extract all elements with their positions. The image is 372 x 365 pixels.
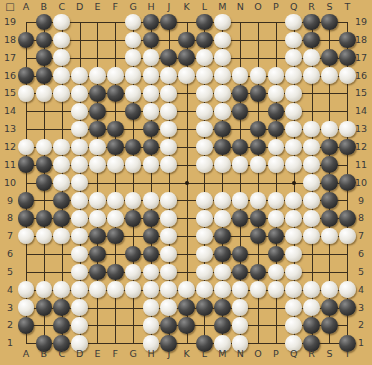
intersection-R11[interactable] bbox=[303, 156, 321, 174]
intersection-C5[interactable] bbox=[53, 263, 71, 281]
intersection-J9[interactable] bbox=[160, 192, 178, 210]
intersection-S3[interactable] bbox=[320, 299, 338, 317]
intersection-M10[interactable] bbox=[213, 174, 231, 192]
intersection-L4[interactable] bbox=[196, 281, 214, 299]
intersection-S11[interactable] bbox=[320, 156, 338, 174]
intersection-M9[interactable] bbox=[213, 192, 231, 210]
intersection-B11[interactable] bbox=[35, 156, 53, 174]
intersection-C16[interactable] bbox=[53, 67, 71, 85]
intersection-R8[interactable] bbox=[303, 209, 321, 227]
intersection-L10[interactable] bbox=[196, 174, 214, 192]
intersection-G15[interactable] bbox=[124, 84, 142, 102]
intersection-Q7[interactable] bbox=[285, 227, 303, 245]
intersection-M6[interactable] bbox=[213, 245, 231, 263]
intersection-P13[interactable] bbox=[267, 120, 285, 138]
intersection-R12[interactable] bbox=[303, 138, 321, 156]
intersection-R15[interactable] bbox=[303, 84, 321, 102]
intersection-B6[interactable] bbox=[35, 245, 53, 263]
intersection-H15[interactable] bbox=[142, 84, 160, 102]
intersection-H3[interactable] bbox=[142, 299, 160, 317]
intersection-J4[interactable] bbox=[160, 281, 178, 299]
intersection-K17[interactable] bbox=[178, 49, 196, 67]
intersection-A15[interactable] bbox=[17, 84, 35, 102]
intersection-Q16[interactable] bbox=[285, 67, 303, 85]
intersection-E8[interactable] bbox=[88, 209, 106, 227]
intersection-T4[interactable] bbox=[338, 281, 356, 299]
intersection-E6[interactable] bbox=[88, 245, 106, 263]
intersection-T8[interactable] bbox=[338, 209, 356, 227]
intersection-L7[interactable] bbox=[196, 227, 214, 245]
intersection-T18[interactable] bbox=[338, 31, 356, 49]
intersection-N8[interactable] bbox=[231, 209, 249, 227]
intersection-S13[interactable] bbox=[320, 120, 338, 138]
intersection-B2[interactable] bbox=[35, 316, 53, 334]
intersection-H11[interactable] bbox=[142, 156, 160, 174]
intersection-R19[interactable] bbox=[303, 13, 321, 31]
intersection-A3[interactable] bbox=[17, 299, 35, 317]
intersection-S14[interactable] bbox=[320, 102, 338, 120]
intersection-E2[interactable] bbox=[88, 316, 106, 334]
intersection-N9[interactable] bbox=[231, 192, 249, 210]
intersection-C10[interactable] bbox=[53, 174, 71, 192]
intersection-T7[interactable] bbox=[338, 227, 356, 245]
intersection-C19[interactable] bbox=[53, 13, 71, 31]
intersection-R3[interactable] bbox=[303, 299, 321, 317]
intersection-S18[interactable] bbox=[320, 31, 338, 49]
intersection-R4[interactable] bbox=[303, 281, 321, 299]
intersection-D12[interactable] bbox=[71, 138, 89, 156]
intersection-F17[interactable] bbox=[106, 49, 124, 67]
intersection-L11[interactable] bbox=[196, 156, 214, 174]
intersection-N10[interactable] bbox=[231, 174, 249, 192]
intersection-K8[interactable] bbox=[178, 209, 196, 227]
intersection-B5[interactable] bbox=[35, 263, 53, 281]
intersection-M14[interactable] bbox=[213, 102, 231, 120]
intersection-M11[interactable] bbox=[213, 156, 231, 174]
intersection-L3[interactable] bbox=[196, 299, 214, 317]
intersection-H13[interactable] bbox=[142, 120, 160, 138]
intersection-K4[interactable] bbox=[178, 281, 196, 299]
intersection-D3[interactable] bbox=[71, 299, 89, 317]
intersection-E15[interactable] bbox=[88, 84, 106, 102]
intersection-L19[interactable] bbox=[196, 13, 214, 31]
intersection-Q3[interactable] bbox=[285, 299, 303, 317]
intersection-E4[interactable] bbox=[88, 281, 106, 299]
intersection-S7[interactable] bbox=[320, 227, 338, 245]
intersection-A19[interactable] bbox=[17, 13, 35, 31]
intersection-K9[interactable] bbox=[178, 192, 196, 210]
intersection-S12[interactable] bbox=[320, 138, 338, 156]
intersection-H19[interactable] bbox=[142, 13, 160, 31]
intersection-N2[interactable] bbox=[231, 316, 249, 334]
intersection-N17[interactable] bbox=[231, 49, 249, 67]
intersection-J10[interactable] bbox=[160, 174, 178, 192]
intersection-L13[interactable] bbox=[196, 120, 214, 138]
intersection-K13[interactable] bbox=[178, 120, 196, 138]
intersection-O19[interactable] bbox=[249, 13, 267, 31]
intersection-N18[interactable] bbox=[231, 31, 249, 49]
intersection-L18[interactable] bbox=[196, 31, 214, 49]
intersection-B13[interactable] bbox=[35, 120, 53, 138]
intersection-L6[interactable] bbox=[196, 245, 214, 263]
intersection-G10[interactable] bbox=[124, 174, 142, 192]
intersection-D14[interactable] bbox=[71, 102, 89, 120]
intersection-M18[interactable] bbox=[213, 31, 231, 49]
intersection-O12[interactable] bbox=[249, 138, 267, 156]
intersection-G4[interactable] bbox=[124, 281, 142, 299]
intersection-C18[interactable] bbox=[53, 31, 71, 49]
intersection-H12[interactable] bbox=[142, 138, 160, 156]
intersection-O8[interactable] bbox=[249, 209, 267, 227]
intersection-M4[interactable] bbox=[213, 281, 231, 299]
intersection-K6[interactable] bbox=[178, 245, 196, 263]
intersection-Q6[interactable] bbox=[285, 245, 303, 263]
intersection-T9[interactable] bbox=[338, 192, 356, 210]
intersection-F15[interactable] bbox=[106, 84, 124, 102]
intersection-H14[interactable] bbox=[142, 102, 160, 120]
intersection-O14[interactable] bbox=[249, 102, 267, 120]
intersection-N14[interactable] bbox=[231, 102, 249, 120]
intersection-H9[interactable] bbox=[142, 192, 160, 210]
intersection-H18[interactable] bbox=[142, 31, 160, 49]
intersection-R7[interactable] bbox=[303, 227, 321, 245]
intersection-S15[interactable] bbox=[320, 84, 338, 102]
intersection-G12[interactable] bbox=[124, 138, 142, 156]
intersection-F5[interactable] bbox=[106, 263, 124, 281]
intersection-C8[interactable] bbox=[53, 209, 71, 227]
intersection-E13[interactable] bbox=[88, 120, 106, 138]
intersection-F10[interactable] bbox=[106, 174, 124, 192]
intersection-P14[interactable] bbox=[267, 102, 285, 120]
intersection-Q11[interactable] bbox=[285, 156, 303, 174]
intersection-E14[interactable] bbox=[88, 102, 106, 120]
intersection-F16[interactable] bbox=[106, 67, 124, 85]
intersection-O9[interactable] bbox=[249, 192, 267, 210]
intersection-P10[interactable] bbox=[267, 174, 285, 192]
intersection-G2[interactable] bbox=[124, 316, 142, 334]
intersection-T2[interactable] bbox=[338, 316, 356, 334]
intersection-P19[interactable] bbox=[267, 13, 285, 31]
intersection-K15[interactable] bbox=[178, 84, 196, 102]
intersection-L14[interactable] bbox=[196, 102, 214, 120]
intersection-J12[interactable] bbox=[160, 138, 178, 156]
intersection-F9[interactable] bbox=[106, 192, 124, 210]
intersection-K7[interactable] bbox=[178, 227, 196, 245]
intersection-H16[interactable] bbox=[142, 67, 160, 85]
intersection-H17[interactable] bbox=[142, 49, 160, 67]
intersection-L2[interactable] bbox=[196, 316, 214, 334]
intersection-T12[interactable] bbox=[338, 138, 356, 156]
intersection-O13[interactable] bbox=[249, 120, 267, 138]
intersection-T3[interactable] bbox=[338, 299, 356, 317]
intersection-Q2[interactable] bbox=[285, 316, 303, 334]
intersection-D4[interactable] bbox=[71, 281, 89, 299]
intersection-C12[interactable] bbox=[53, 138, 71, 156]
intersection-S2[interactable] bbox=[320, 316, 338, 334]
intersection-J7[interactable] bbox=[160, 227, 178, 245]
intersection-O17[interactable] bbox=[249, 49, 267, 67]
intersection-E16[interactable] bbox=[88, 67, 106, 85]
intersection-B10[interactable] bbox=[35, 174, 53, 192]
intersection-J5[interactable] bbox=[160, 263, 178, 281]
intersection-R2[interactable] bbox=[303, 316, 321, 334]
intersection-N12[interactable] bbox=[231, 138, 249, 156]
intersection-D8[interactable] bbox=[71, 209, 89, 227]
intersection-G19[interactable] bbox=[124, 13, 142, 31]
intersection-M17[interactable] bbox=[213, 49, 231, 67]
intersection-D11[interactable] bbox=[71, 156, 89, 174]
intersection-A16[interactable] bbox=[17, 67, 35, 85]
intersection-L12[interactable] bbox=[196, 138, 214, 156]
intersection-S5[interactable] bbox=[320, 263, 338, 281]
intersection-A9[interactable] bbox=[17, 192, 35, 210]
intersection-Q18[interactable] bbox=[285, 31, 303, 49]
intersection-B17[interactable] bbox=[35, 49, 53, 67]
intersection-T5[interactable] bbox=[338, 263, 356, 281]
intersection-P15[interactable] bbox=[267, 84, 285, 102]
intersection-G13[interactable] bbox=[124, 120, 142, 138]
intersection-J11[interactable] bbox=[160, 156, 178, 174]
intersection-B4[interactable] bbox=[35, 281, 53, 299]
intersection-S9[interactable] bbox=[320, 192, 338, 210]
intersection-H4[interactable] bbox=[142, 281, 160, 299]
intersection-K10[interactable] bbox=[178, 174, 196, 192]
intersection-B15[interactable] bbox=[35, 84, 53, 102]
intersection-F8[interactable] bbox=[106, 209, 124, 227]
intersection-F2[interactable] bbox=[106, 316, 124, 334]
intersection-K2[interactable] bbox=[178, 316, 196, 334]
intersection-A2[interactable] bbox=[17, 316, 35, 334]
intersection-K12[interactable] bbox=[178, 138, 196, 156]
intersection-C11[interactable] bbox=[53, 156, 71, 174]
intersection-T16[interactable] bbox=[338, 67, 356, 85]
intersection-T6[interactable] bbox=[338, 245, 356, 263]
intersection-A8[interactable] bbox=[17, 209, 35, 227]
intersection-M12[interactable] bbox=[213, 138, 231, 156]
intersection-A14[interactable] bbox=[17, 102, 35, 120]
intersection-D16[interactable] bbox=[71, 67, 89, 85]
intersection-R16[interactable] bbox=[303, 67, 321, 85]
intersection-P4[interactable] bbox=[267, 281, 285, 299]
intersection-F19[interactable] bbox=[106, 13, 124, 31]
intersection-A18[interactable] bbox=[17, 31, 35, 49]
intersection-G6[interactable] bbox=[124, 245, 142, 263]
intersection-H2[interactable] bbox=[142, 316, 160, 334]
intersection-E11[interactable] bbox=[88, 156, 106, 174]
intersection-S19[interactable] bbox=[320, 13, 338, 31]
intersection-B19[interactable] bbox=[35, 13, 53, 31]
intersection-Q17[interactable] bbox=[285, 49, 303, 67]
intersection-P9[interactable] bbox=[267, 192, 285, 210]
intersection-L8[interactable] bbox=[196, 209, 214, 227]
intersection-G8[interactable] bbox=[124, 209, 142, 227]
intersection-F13[interactable] bbox=[106, 120, 124, 138]
intersection-O5[interactable] bbox=[249, 263, 267, 281]
intersection-K16[interactable] bbox=[178, 67, 196, 85]
intersection-M8[interactable] bbox=[213, 209, 231, 227]
intersection-D5[interactable] bbox=[71, 263, 89, 281]
intersection-R9[interactable] bbox=[303, 192, 321, 210]
intersection-P17[interactable] bbox=[267, 49, 285, 67]
intersection-M19[interactable] bbox=[213, 13, 231, 31]
intersection-B7[interactable] bbox=[35, 227, 53, 245]
intersection-C3[interactable] bbox=[53, 299, 71, 317]
intersection-D18[interactable] bbox=[71, 31, 89, 49]
intersection-P11[interactable] bbox=[267, 156, 285, 174]
intersection-D19[interactable] bbox=[71, 13, 89, 31]
intersection-Q9[interactable] bbox=[285, 192, 303, 210]
intersection-P12[interactable] bbox=[267, 138, 285, 156]
intersection-O18[interactable] bbox=[249, 31, 267, 49]
intersection-H6[interactable] bbox=[142, 245, 160, 263]
intersection-O4[interactable] bbox=[249, 281, 267, 299]
intersection-N3[interactable] bbox=[231, 299, 249, 317]
intersection-D6[interactable] bbox=[71, 245, 89, 263]
intersection-C7[interactable] bbox=[53, 227, 71, 245]
intersection-T19[interactable] bbox=[338, 13, 356, 31]
intersection-P8[interactable] bbox=[267, 209, 285, 227]
intersection-B18[interactable] bbox=[35, 31, 53, 49]
intersection-O16[interactable] bbox=[249, 67, 267, 85]
intersection-B8[interactable] bbox=[35, 209, 53, 227]
intersection-J8[interactable] bbox=[160, 209, 178, 227]
intersection-H10[interactable] bbox=[142, 174, 160, 192]
intersection-R10[interactable] bbox=[303, 174, 321, 192]
intersection-Q12[interactable] bbox=[285, 138, 303, 156]
intersection-L5[interactable] bbox=[196, 263, 214, 281]
intersection-O6[interactable] bbox=[249, 245, 267, 263]
intersection-N15[interactable] bbox=[231, 84, 249, 102]
intersection-S16[interactable] bbox=[320, 67, 338, 85]
intersection-K11[interactable] bbox=[178, 156, 196, 174]
intersection-E17[interactable] bbox=[88, 49, 106, 67]
intersection-G14[interactable] bbox=[124, 102, 142, 120]
intersection-Q13[interactable] bbox=[285, 120, 303, 138]
intersection-G11[interactable] bbox=[124, 156, 142, 174]
intersection-C2[interactable] bbox=[53, 316, 71, 334]
intersection-B16[interactable] bbox=[35, 67, 53, 85]
intersection-B12[interactable] bbox=[35, 138, 53, 156]
intersection-N6[interactable] bbox=[231, 245, 249, 263]
intersection-Q4[interactable] bbox=[285, 281, 303, 299]
intersection-P3[interactable] bbox=[267, 299, 285, 317]
intersection-M3[interactable] bbox=[213, 299, 231, 317]
intersection-J16[interactable] bbox=[160, 67, 178, 85]
intersection-D13[interactable] bbox=[71, 120, 89, 138]
intersection-G18[interactable] bbox=[124, 31, 142, 49]
intersection-S6[interactable] bbox=[320, 245, 338, 263]
intersection-F3[interactable] bbox=[106, 299, 124, 317]
intersection-E19[interactable] bbox=[88, 13, 106, 31]
intersection-K19[interactable] bbox=[178, 13, 196, 31]
intersection-S17[interactable] bbox=[320, 49, 338, 67]
intersection-C4[interactable] bbox=[53, 281, 71, 299]
intersection-A17[interactable] bbox=[17, 49, 35, 67]
intersection-P16[interactable] bbox=[267, 67, 285, 85]
intersection-P2[interactable] bbox=[267, 316, 285, 334]
intersection-N7[interactable] bbox=[231, 227, 249, 245]
intersection-E3[interactable] bbox=[88, 299, 106, 317]
intersection-N4[interactable] bbox=[231, 281, 249, 299]
intersection-C9[interactable] bbox=[53, 192, 71, 210]
intersection-A11[interactable] bbox=[17, 156, 35, 174]
intersection-M7[interactable] bbox=[213, 227, 231, 245]
intersection-G5[interactable] bbox=[124, 263, 142, 281]
intersection-F11[interactable] bbox=[106, 156, 124, 174]
intersection-K14[interactable] bbox=[178, 102, 196, 120]
intersection-G7[interactable] bbox=[124, 227, 142, 245]
intersection-O10[interactable] bbox=[249, 174, 267, 192]
intersection-P5[interactable] bbox=[267, 263, 285, 281]
intersection-L17[interactable] bbox=[196, 49, 214, 67]
intersection-J18[interactable] bbox=[160, 31, 178, 49]
intersection-F7[interactable] bbox=[106, 227, 124, 245]
intersection-J6[interactable] bbox=[160, 245, 178, 263]
intersection-M16[interactable] bbox=[213, 67, 231, 85]
intersection-C15[interactable] bbox=[53, 84, 71, 102]
intersection-F4[interactable] bbox=[106, 281, 124, 299]
intersection-F18[interactable] bbox=[106, 31, 124, 49]
intersection-F12[interactable] bbox=[106, 138, 124, 156]
intersection-D17[interactable] bbox=[71, 49, 89, 67]
intersection-C6[interactable] bbox=[53, 245, 71, 263]
intersection-S10[interactable] bbox=[320, 174, 338, 192]
intersection-M13[interactable] bbox=[213, 120, 231, 138]
intersection-A4[interactable] bbox=[17, 281, 35, 299]
intersection-T17[interactable] bbox=[338, 49, 356, 67]
intersection-A10[interactable] bbox=[17, 174, 35, 192]
intersection-E18[interactable] bbox=[88, 31, 106, 49]
intersection-A13[interactable] bbox=[17, 120, 35, 138]
intersection-K3[interactable] bbox=[178, 299, 196, 317]
intersection-M2[interactable] bbox=[213, 316, 231, 334]
intersection-O3[interactable] bbox=[249, 299, 267, 317]
intersection-G17[interactable] bbox=[124, 49, 142, 67]
intersection-Q5[interactable] bbox=[285, 263, 303, 281]
intersection-O7[interactable] bbox=[249, 227, 267, 245]
intersection-B9[interactable] bbox=[35, 192, 53, 210]
intersection-J2[interactable] bbox=[160, 316, 178, 334]
intersection-D9[interactable] bbox=[71, 192, 89, 210]
intersection-A12[interactable] bbox=[17, 138, 35, 156]
intersection-D10[interactable] bbox=[71, 174, 89, 192]
intersection-A5[interactable] bbox=[17, 263, 35, 281]
intersection-O15[interactable] bbox=[249, 84, 267, 102]
intersection-F14[interactable] bbox=[106, 102, 124, 120]
intersection-O11[interactable] bbox=[249, 156, 267, 174]
intersection-S4[interactable] bbox=[320, 281, 338, 299]
intersection-H5[interactable] bbox=[142, 263, 160, 281]
intersection-D7[interactable] bbox=[71, 227, 89, 245]
intersection-D15[interactable] bbox=[71, 84, 89, 102]
intersection-T13[interactable] bbox=[338, 120, 356, 138]
intersection-B3[interactable] bbox=[35, 299, 53, 317]
intersection-A7[interactable] bbox=[17, 227, 35, 245]
intersection-E5[interactable] bbox=[88, 263, 106, 281]
intersection-J15[interactable] bbox=[160, 84, 178, 102]
intersection-R5[interactable] bbox=[303, 263, 321, 281]
intersection-G9[interactable] bbox=[124, 192, 142, 210]
intersection-R18[interactable] bbox=[303, 31, 321, 49]
intersection-P7[interactable] bbox=[267, 227, 285, 245]
intersection-J19[interactable] bbox=[160, 13, 178, 31]
intersection-J14[interactable] bbox=[160, 102, 178, 120]
intersection-P18[interactable] bbox=[267, 31, 285, 49]
intersection-E10[interactable] bbox=[88, 174, 106, 192]
intersection-R14[interactable] bbox=[303, 102, 321, 120]
intersection-L15[interactable] bbox=[196, 84, 214, 102]
intersection-N11[interactable] bbox=[231, 156, 249, 174]
